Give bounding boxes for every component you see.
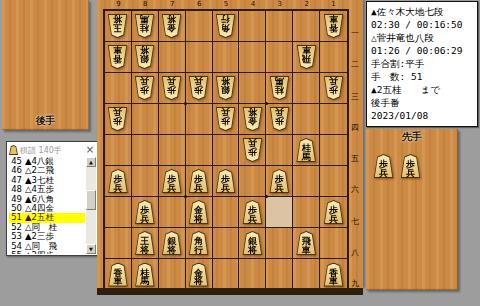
info-line-3: △菅井竜也八段 <box>371 31 475 44</box>
rank-label-八: 八 <box>349 228 361 259</box>
square-1五[interactable] <box>320 135 347 166</box>
piece-sente-歩兵[interactable]: 歩兵 <box>323 200 344 224</box>
star-point <box>265 195 268 198</box>
info-line-5: 手合割:平手 <box>371 57 475 70</box>
piece-sente-桂馬[interactable]: 桂馬 <box>296 138 317 162</box>
square-9五[interactable] <box>105 135 132 166</box>
game-info-panel: ▲佐々木大地七段02:30 / 00:16:50△菅井竜也八段01:26 / 0… <box>366 1 478 127</box>
square-5九[interactable] <box>213 259 240 290</box>
rank-label-五: 五 <box>349 134 361 165</box>
square-2五[interactable]: 桂馬 <box>293 135 320 166</box>
square-4三[interactable] <box>239 73 266 104</box>
piece-sente-金将[interactable]: 金将 <box>188 200 209 224</box>
piece-gote-香車[interactable]: 香車 <box>323 14 344 38</box>
shogi-app: 後手 棋譜 140手 × 45▲4八銀46△2二飛47▲3七桂48△4五歩49▲… <box>0 0 480 306</box>
square-2八[interactable]: 飛車 <box>293 228 320 259</box>
square-1九[interactable]: 香車 <box>320 259 347 290</box>
board-edge-shadow <box>97 288 363 295</box>
info-line-9: 2023/01/08 <box>371 109 475 122</box>
rank-label-二: 二 <box>349 40 361 71</box>
piece-gote-歩兵[interactable]: 歩兵 <box>215 107 236 131</box>
board-rank-labels: 一二三四五六七八九 <box>349 9 361 290</box>
rank-label-七: 七 <box>349 196 361 227</box>
square-1三[interactable]: 歩兵 <box>320 73 347 104</box>
move-text: ▲2四歩 <box>25 251 54 254</box>
square-6九[interactable]: 金将 <box>186 259 213 290</box>
move-number: 55 <box>9 251 22 254</box>
close-icon[interactable]: × <box>85 145 95 155</box>
star-point <box>184 195 187 198</box>
info-line-6: 手 数: 51 <box>371 70 475 83</box>
square-4四[interactable]: 金将 <box>239 104 266 135</box>
piece-sente-銀将[interactable]: 銀将 <box>161 231 182 255</box>
piece-sente-歩兵[interactable]: 歩兵 <box>188 169 209 193</box>
shogi-board: 987654321 一二三四五六七八九 玉将桂馬金将角行香車香車銀将飛車歩兵歩兵… <box>97 0 363 288</box>
piece-sente-角行[interactable]: 角行 <box>188 231 209 255</box>
square-6一[interactable] <box>186 11 213 42</box>
square-5七[interactable] <box>213 197 240 228</box>
square-2七[interactable] <box>293 197 320 228</box>
square-8九[interactable]: 桂馬 <box>132 259 159 290</box>
gote-hand-tray: 後手 <box>2 0 89 130</box>
piece-gote-香車[interactable]: 香車 <box>107 45 128 69</box>
piece-sente-歩兵[interactable]: 歩兵 <box>215 169 236 193</box>
square-3五[interactable] <box>266 135 293 166</box>
square-9四[interactable]: 歩兵 <box>105 104 132 135</box>
file-label-9: 9 <box>105 0 132 9</box>
square-2九[interactable] <box>293 259 320 290</box>
square-1四[interactable] <box>320 104 347 135</box>
board-file-labels: 987654321 <box>105 0 347 9</box>
square-6七[interactable]: 金将 <box>186 197 213 228</box>
info-line-4: 01:26 / 00:06:29 <box>371 44 475 57</box>
sente-hand-pieces: 歩兵歩兵 <box>373 154 421 178</box>
square-8二[interactable]: 銀将 <box>132 42 159 73</box>
piece-gote-金将[interactable]: 金将 <box>242 107 263 131</box>
file-label-7: 7 <box>159 0 186 9</box>
square-1七[interactable]: 歩兵 <box>320 197 347 228</box>
kifu-window: 棋譜 140手 × 45▲4八銀46△2二飛47▲3七桂48△4五歩49▲6八角… <box>6 141 98 256</box>
square-5二[interactable] <box>213 42 240 73</box>
file-label-8: 8 <box>132 0 159 9</box>
piece-sente-飛車[interactable]: 飛車 <box>296 231 317 255</box>
piece-sente-王将[interactable]: 王将 <box>134 231 155 255</box>
square-5八[interactable] <box>213 228 240 259</box>
info-line-2: 02:30 / 00:16:50 <box>371 18 475 31</box>
square-3九[interactable] <box>266 259 293 290</box>
info-line-7: ▲2五桂 まで <box>371 83 475 96</box>
piece-gote-角行[interactable]: 角行 <box>215 14 236 38</box>
square-7八[interactable]: 銀将 <box>159 228 186 259</box>
scrollbar-thumb[interactable] <box>86 190 96 210</box>
piece-gote-歩兵[interactable]: 歩兵 <box>134 76 155 100</box>
square-5一[interactable]: 角行 <box>213 11 240 42</box>
square-8三[interactable]: 歩兵 <box>132 73 159 104</box>
file-label-1: 1 <box>320 0 347 9</box>
square-4七[interactable]: 歩兵 <box>239 197 266 228</box>
gote-label: 後手 <box>2 114 89 128</box>
square-6四[interactable] <box>186 104 213 135</box>
piece-gote-銀将[interactable]: 銀将 <box>134 45 155 69</box>
square-7五[interactable] <box>159 135 186 166</box>
square-4九[interactable] <box>239 259 266 290</box>
square-3二[interactable] <box>266 42 293 73</box>
piece-gote-歩兵[interactable]: 歩兵 <box>242 138 263 162</box>
square-3四[interactable]: 歩兵 <box>266 104 293 135</box>
kifu-scrollbar[interactable]: ▲ ▼ <box>86 157 96 254</box>
square-8八[interactable]: 王将 <box>132 228 159 259</box>
square-7六[interactable]: 歩兵 <box>159 166 186 197</box>
square-2二[interactable]: 飛車 <box>293 42 320 73</box>
file-label-2: 2 <box>293 0 320 9</box>
square-2三[interactable] <box>293 73 320 104</box>
file-label-6: 6 <box>186 0 213 9</box>
square-9八[interactable] <box>105 228 132 259</box>
square-8七[interactable]: 歩兵 <box>132 197 159 228</box>
star-point <box>184 102 187 105</box>
square-4二[interactable] <box>239 42 266 73</box>
piece-sente-歩兵[interactable]: 歩兵 <box>400 154 421 178</box>
piece-gote-桂馬[interactable]: 桂馬 <box>134 14 155 38</box>
piece-sente-歩兵[interactable]: 歩兵 <box>242 200 263 224</box>
shogi-piece-icon <box>9 145 18 155</box>
square-6八[interactable]: 角行 <box>186 228 213 259</box>
piece-gote-歩兵[interactable]: 歩兵 <box>323 76 344 100</box>
square-1二[interactable] <box>320 42 347 73</box>
piece-gote-歩兵[interactable]: 歩兵 <box>188 76 209 100</box>
square-8六[interactable] <box>132 166 159 197</box>
square-7二[interactable] <box>159 42 186 73</box>
square-6三[interactable]: 歩兵 <box>186 73 213 104</box>
rank-label-一: 一 <box>349 9 361 40</box>
square-1一[interactable]: 香車 <box>320 11 347 42</box>
square-8四[interactable] <box>132 104 159 135</box>
square-2一[interactable] <box>293 11 320 42</box>
square-3一[interactable] <box>266 11 293 42</box>
star-point <box>265 102 268 105</box>
sente-hand-tray: 先手 歩兵歩兵 <box>366 129 458 290</box>
piece-sente-金将[interactable]: 金将 <box>188 263 209 287</box>
rank-label-三: 三 <box>349 71 361 102</box>
square-3六[interactable]: 歩兵 <box>266 166 293 197</box>
piece-sente-歩兵[interactable]: 歩兵 <box>161 169 182 193</box>
square-4一[interactable] <box>239 11 266 42</box>
square-7七[interactable] <box>159 197 186 228</box>
scroll-down-icon[interactable]: ▼ <box>86 244 96 254</box>
square-1八[interactable] <box>320 228 347 259</box>
kifu-move-row-55[interactable]: 55▲2四歩 <box>9 251 85 254</box>
piece-sente-歩兵[interactable]: 歩兵 <box>373 154 394 178</box>
info-line-1: ▲佐々木大地七段 <box>371 5 475 18</box>
square-5三[interactable]: 銀将 <box>213 73 240 104</box>
piece-sente-香車[interactable]: 香車 <box>107 263 128 287</box>
piece-sente-歩兵[interactable]: 歩兵 <box>134 200 155 224</box>
file-label-4: 4 <box>239 0 266 9</box>
square-3七[interactable] <box>266 197 293 228</box>
kifu-window-title: 棋譜 140手 <box>20 145 83 156</box>
sente-label: 先手 <box>366 130 458 144</box>
square-9六[interactable]: 歩兵 <box>105 166 132 197</box>
square-3八[interactable] <box>266 228 293 259</box>
piece-gote-飛車[interactable]: 飛車 <box>296 45 317 69</box>
square-9二[interactable]: 香車 <box>105 42 132 73</box>
rank-label-六: 六 <box>349 165 361 196</box>
piece-gote-桂馬[interactable]: 桂馬 <box>269 76 290 100</box>
square-7九[interactable] <box>159 259 186 290</box>
square-9三[interactable] <box>105 73 132 104</box>
square-9九[interactable]: 香車 <box>105 259 132 290</box>
piece-gote-歩兵[interactable]: 歩兵 <box>269 107 290 131</box>
square-5四[interactable]: 歩兵 <box>213 104 240 135</box>
square-4六[interactable] <box>239 166 266 197</box>
file-label-3: 3 <box>266 0 293 9</box>
square-8一[interactable]: 桂馬 <box>132 11 159 42</box>
square-8五[interactable] <box>132 135 159 166</box>
piece-sente-歩兵[interactable]: 歩兵 <box>269 169 290 193</box>
square-1六[interactable] <box>320 166 347 197</box>
scroll-up-icon[interactable]: ▲ <box>86 157 96 167</box>
rank-label-四: 四 <box>349 103 361 134</box>
square-6五[interactable] <box>186 135 213 166</box>
square-3三[interactable]: 桂馬 <box>266 73 293 104</box>
square-5五[interactable] <box>213 135 240 166</box>
piece-sente-歩兵[interactable]: 歩兵 <box>107 169 128 193</box>
square-7一[interactable]: 金将 <box>159 11 186 42</box>
piece-gote-銀将[interactable]: 銀将 <box>215 76 236 100</box>
square-6二[interactable] <box>186 42 213 73</box>
piece-gote-玉将[interactable]: 玉将 <box>107 14 128 38</box>
square-4五[interactable]: 歩兵 <box>239 135 266 166</box>
piece-gote-歩兵[interactable]: 歩兵 <box>107 107 128 131</box>
square-2四[interactable] <box>293 104 320 135</box>
square-9一[interactable]: 玉将 <box>105 11 132 42</box>
board-grid-frame: 玉将桂馬金将角行香車香車銀将飛車歩兵歩兵歩兵銀将桂馬歩兵歩兵歩兵金将歩兵歩兵桂馬… <box>103 9 349 292</box>
file-label-5: 5 <box>213 0 240 9</box>
board-grid: 玉将桂馬金将角行香車香車銀将飛車歩兵歩兵歩兵銀将桂馬歩兵歩兵歩兵金将歩兵歩兵桂馬… <box>105 11 347 290</box>
square-7四[interactable] <box>159 104 186 135</box>
piece-gote-歩兵[interactable]: 歩兵 <box>161 76 182 100</box>
kifu-move-list[interactable]: 45▲4八銀46△2二飛47▲3七桂48△4五歩49▲6八角50△4四金51▲2… <box>9 157 85 254</box>
rank-label-九: 九 <box>349 259 361 290</box>
square-6六[interactable]: 歩兵 <box>186 166 213 197</box>
piece-sente-銀将[interactable]: 銀将 <box>242 231 263 255</box>
piece-sente-桂馬[interactable]: 桂馬 <box>134 263 155 287</box>
square-9七[interactable] <box>105 197 132 228</box>
square-5六[interactable]: 歩兵 <box>213 166 240 197</box>
info-line-8: 後手番 <box>371 96 475 109</box>
kifu-window-header[interactable]: 棋譜 140手 × <box>7 142 97 158</box>
square-7三[interactable]: 歩兵 <box>159 73 186 104</box>
square-2六[interactable] <box>293 166 320 197</box>
piece-sente-香車[interactable]: 香車 <box>323 263 344 287</box>
piece-gote-金将[interactable]: 金将 <box>161 14 182 38</box>
square-4八[interactable]: 銀将 <box>239 228 266 259</box>
